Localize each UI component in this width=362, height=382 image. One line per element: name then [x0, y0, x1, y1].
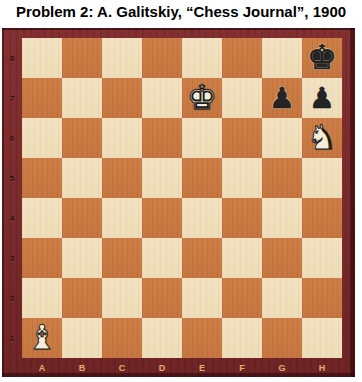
- chess-board-frame: 87654321 ♚♚♟♟♞♝ ABCDEFGH: [2, 28, 355, 377]
- square-e7: ♚: [182, 78, 222, 118]
- file-labels: ABCDEFGH: [22, 358, 342, 377]
- square-d4: [142, 198, 182, 238]
- square-e2: [182, 278, 222, 318]
- square-h7: ♟: [302, 78, 342, 118]
- black-pawn-h7: ♟: [302, 78, 342, 118]
- white-bishop-a1: ♝: [22, 318, 62, 358]
- square-c1: [102, 318, 142, 358]
- square-h4: [302, 198, 342, 238]
- rank-label-3: 3: [2, 238, 22, 278]
- square-h2: [302, 278, 342, 318]
- square-a1: ♝: [22, 318, 62, 358]
- file-label-d: D: [142, 358, 182, 377]
- rank-label-6: 6: [2, 118, 22, 158]
- square-c4: [102, 198, 142, 238]
- file-label-c: C: [102, 358, 142, 377]
- square-d5: [142, 158, 182, 198]
- square-e3: [182, 238, 222, 278]
- square-c6: [102, 118, 142, 158]
- square-d8: [142, 38, 182, 78]
- white-knight-h6: ♞: [302, 118, 342, 158]
- rank-label-1: 1: [2, 318, 22, 358]
- rank-label-2: 2: [2, 278, 22, 318]
- square-a5: [22, 158, 62, 198]
- square-f1: [222, 318, 262, 358]
- square-g5: [262, 158, 302, 198]
- file-label-b: B: [62, 358, 102, 377]
- file-label-h: H: [302, 358, 342, 377]
- file-label-g: G: [262, 358, 302, 377]
- square-d1: [142, 318, 182, 358]
- square-g8: [262, 38, 302, 78]
- square-h1: [302, 318, 342, 358]
- file-label-e: E: [182, 358, 222, 377]
- square-e8: [182, 38, 222, 78]
- square-b1: [62, 318, 102, 358]
- square-f2: [222, 278, 262, 318]
- square-c3: [102, 238, 142, 278]
- square-e5: [182, 158, 222, 198]
- square-g3: [262, 238, 302, 278]
- square-c7: [102, 78, 142, 118]
- square-a6: [22, 118, 62, 158]
- rank-label-8: 8: [2, 38, 22, 78]
- square-g6: [262, 118, 302, 158]
- square-b3: [62, 238, 102, 278]
- square-b2: [62, 278, 102, 318]
- rank-label-4: 4: [2, 198, 22, 238]
- square-b5: [62, 158, 102, 198]
- square-h5: [302, 158, 342, 198]
- square-f3: [222, 238, 262, 278]
- square-h3: [302, 238, 342, 278]
- square-f8: [222, 38, 262, 78]
- black-pawn-g7: ♟: [262, 78, 302, 118]
- black-king-h8: ♚: [302, 38, 342, 78]
- square-g2: [262, 278, 302, 318]
- square-b7: [62, 78, 102, 118]
- file-label-a: A: [22, 358, 62, 377]
- square-d2: [142, 278, 182, 318]
- square-f5: [222, 158, 262, 198]
- square-a2: [22, 278, 62, 318]
- square-c5: [102, 158, 142, 198]
- page-title: Problem 2: A. Galitskiy, “Chess Journal”…: [0, 3, 362, 20]
- square-g4: [262, 198, 302, 238]
- square-h6: ♞: [302, 118, 342, 158]
- square-e1: [182, 318, 222, 358]
- square-d7: [142, 78, 182, 118]
- square-c2: [102, 278, 142, 318]
- square-f6: [222, 118, 262, 158]
- rank-label-5: 5: [2, 158, 22, 198]
- rank-label-7: 7: [2, 78, 22, 118]
- file-label-f: F: [222, 358, 262, 377]
- square-f7: [222, 78, 262, 118]
- square-d3: [142, 238, 182, 278]
- chess-board: ♚♚♟♟♞♝: [22, 38, 342, 358]
- square-b4: [62, 198, 102, 238]
- square-c8: [102, 38, 142, 78]
- square-a7: [22, 78, 62, 118]
- square-g1: [262, 318, 302, 358]
- square-f4: [222, 198, 262, 238]
- square-a4: [22, 198, 62, 238]
- square-a3: [22, 238, 62, 278]
- square-e4: [182, 198, 222, 238]
- square-b8: [62, 38, 102, 78]
- square-b6: [62, 118, 102, 158]
- square-g7: ♟: [262, 78, 302, 118]
- white-king-e7: ♚: [182, 78, 222, 118]
- square-h8: ♚: [302, 38, 342, 78]
- square-d6: [142, 118, 182, 158]
- rank-labels: 87654321: [2, 38, 22, 358]
- square-a8: [22, 38, 62, 78]
- square-e6: [182, 118, 222, 158]
